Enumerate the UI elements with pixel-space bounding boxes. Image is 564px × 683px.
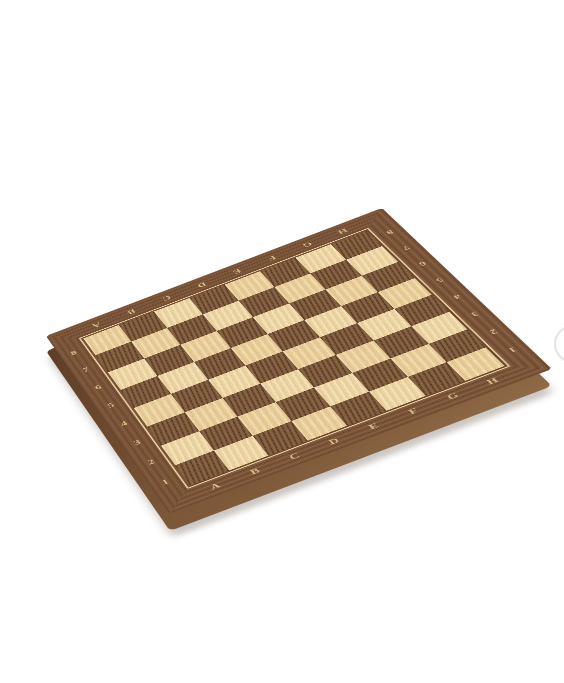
magnifier-circle bbox=[554, 325, 564, 363]
product-photo: AABBCCDDEEFFGGHH1122334455667788 bbox=[0, 0, 564, 683]
